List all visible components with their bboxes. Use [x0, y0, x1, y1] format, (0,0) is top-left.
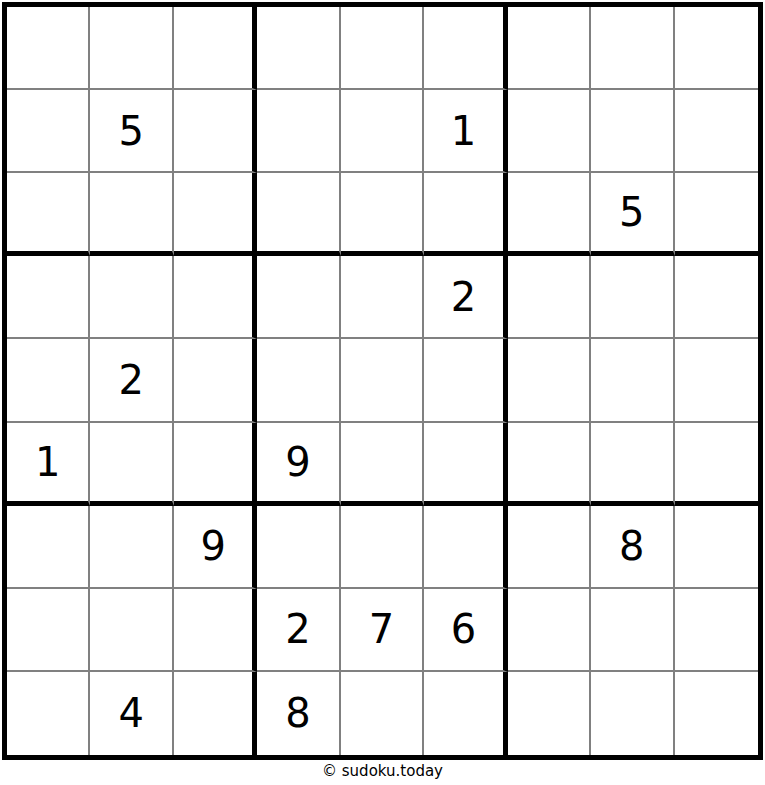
- copyright-text: © sudoku.today: [0, 762, 765, 780]
- cell-r4c9[interactable]: [675, 256, 758, 339]
- cell-r9c3[interactable]: [174, 672, 257, 755]
- cell-r1c9[interactable]: [675, 7, 758, 90]
- cell-r3c4[interactable]: [257, 173, 340, 256]
- cell-r3c8[interactable]: 5: [591, 173, 674, 256]
- cell-r9c8[interactable]: [591, 672, 674, 755]
- cell-r2c2[interactable]: 5: [90, 90, 173, 173]
- cell-r4c4[interactable]: [257, 256, 340, 339]
- cell-r5c3[interactable]: [174, 339, 257, 422]
- cell-r7c7[interactable]: [508, 506, 591, 589]
- cell-r1c6[interactable]: [424, 7, 507, 90]
- cell-r8c3[interactable]: [174, 589, 257, 672]
- cell-r5c8[interactable]: [591, 339, 674, 422]
- cell-r4c5[interactable]: [341, 256, 424, 339]
- cell-r2c7[interactable]: [508, 90, 591, 173]
- cell-r4c1[interactable]: [7, 256, 90, 339]
- cell-r4c8[interactable]: [591, 256, 674, 339]
- cell-r1c1[interactable]: [7, 7, 90, 90]
- cell-r6c8[interactable]: [591, 423, 674, 506]
- cell-r2c4[interactable]: [257, 90, 340, 173]
- cell-r2c8[interactable]: [591, 90, 674, 173]
- cell-r1c4[interactable]: [257, 7, 340, 90]
- cell-r6c6[interactable]: [424, 423, 507, 506]
- cell-r2c5[interactable]: [341, 90, 424, 173]
- cell-r7c4[interactable]: [257, 506, 340, 589]
- cell-r7c8[interactable]: 8: [591, 506, 674, 589]
- cell-r3c9[interactable]: [675, 173, 758, 256]
- cell-r7c3[interactable]: 9: [174, 506, 257, 589]
- cell-r5c7[interactable]: [508, 339, 591, 422]
- cell-r5c2[interactable]: 2: [90, 339, 173, 422]
- cell-r5c6[interactable]: [424, 339, 507, 422]
- sudoku-page: 51522199827648 © sudoku.today: [0, 0, 765, 785]
- cell-r3c3[interactable]: [174, 173, 257, 256]
- cell-r2c3[interactable]: [174, 90, 257, 173]
- cell-r8c6[interactable]: 6: [424, 589, 507, 672]
- cell-r5c1[interactable]: [7, 339, 90, 422]
- cell-r9c9[interactable]: [675, 672, 758, 755]
- cell-r8c5[interactable]: 7: [341, 589, 424, 672]
- cell-r6c7[interactable]: [508, 423, 591, 506]
- cell-r1c2[interactable]: [90, 7, 173, 90]
- cell-r5c5[interactable]: [341, 339, 424, 422]
- cell-r3c6[interactable]: [424, 173, 507, 256]
- cell-r7c1[interactable]: [7, 506, 90, 589]
- cell-r5c4[interactable]: [257, 339, 340, 422]
- cell-r7c5[interactable]: [341, 506, 424, 589]
- cell-r3c7[interactable]: [508, 173, 591, 256]
- cell-r6c2[interactable]: [90, 423, 173, 506]
- cell-r1c5[interactable]: [341, 7, 424, 90]
- cell-r8c9[interactable]: [675, 589, 758, 672]
- cell-r9c6[interactable]: [424, 672, 507, 755]
- cell-r6c5[interactable]: [341, 423, 424, 506]
- cell-r9c4[interactable]: 8: [257, 672, 340, 755]
- cell-r9c2[interactable]: 4: [90, 672, 173, 755]
- cell-r3c5[interactable]: [341, 173, 424, 256]
- cell-r4c3[interactable]: [174, 256, 257, 339]
- cell-r3c2[interactable]: [90, 173, 173, 256]
- cell-r9c5[interactable]: [341, 672, 424, 755]
- cell-r6c1[interactable]: 1: [7, 423, 90, 506]
- cell-r5c9[interactable]: [675, 339, 758, 422]
- cell-r8c4[interactable]: 2: [257, 589, 340, 672]
- cell-r1c3[interactable]: [174, 7, 257, 90]
- cell-r4c2[interactable]: [90, 256, 173, 339]
- cell-r1c8[interactable]: [591, 7, 674, 90]
- cell-r8c1[interactable]: [7, 589, 90, 672]
- cell-r1c7[interactable]: [508, 7, 591, 90]
- cell-r2c6[interactable]: 1: [424, 90, 507, 173]
- cell-r6c9[interactable]: [675, 423, 758, 506]
- cell-r2c1[interactable]: [7, 90, 90, 173]
- cell-r7c9[interactable]: [675, 506, 758, 589]
- cell-r6c4[interactable]: 9: [257, 423, 340, 506]
- cell-r8c2[interactable]: [90, 589, 173, 672]
- cell-r8c7[interactable]: [508, 589, 591, 672]
- cell-r4c6[interactable]: 2: [424, 256, 507, 339]
- cell-r6c3[interactable]: [174, 423, 257, 506]
- sudoku-board: 51522199827648: [2, 2, 763, 760]
- cell-r3c1[interactable]: [7, 173, 90, 256]
- cell-r7c6[interactable]: [424, 506, 507, 589]
- cell-r9c7[interactable]: [508, 672, 591, 755]
- cell-r8c8[interactable]: [591, 589, 674, 672]
- cell-r2c9[interactable]: [675, 90, 758, 173]
- cell-r4c7[interactable]: [508, 256, 591, 339]
- cell-r7c2[interactable]: [90, 506, 173, 589]
- cell-r9c1[interactable]: [7, 672, 90, 755]
